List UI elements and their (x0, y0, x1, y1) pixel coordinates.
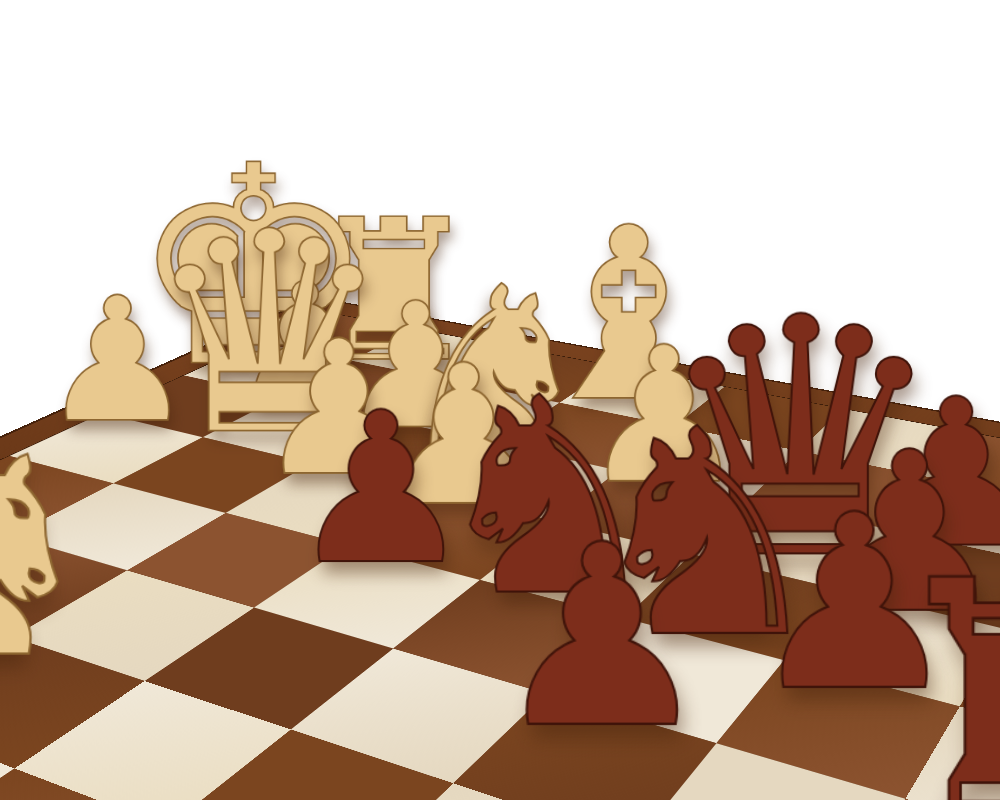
square-b3 (0, 536, 127, 637)
board-frame: ♜♝♚♟♟♞♟♟♟♛♟♟♛♟♟♟♞♞♟♟♜♞ (0, 298, 1000, 800)
chess-board: ♜♝♚♟♟♞♟♟♟♛♟♟♛♟♟♟♞♞♟♟♜♞ (0, 312, 1000, 800)
chess-set-photo: ♜♝♚♟♟♞♟♟♟♛♟♟♛♟♟♟♞♞♟♟♜♞ (0, 0, 1000, 800)
